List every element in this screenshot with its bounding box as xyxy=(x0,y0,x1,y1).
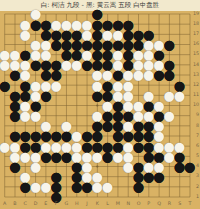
intersection-B18[interactable] xyxy=(10,19,20,29)
rank-label-4: 4 xyxy=(189,164,199,169)
intersection-Q13[interactable]: ● xyxy=(154,70,164,80)
intersection-A18[interactable] xyxy=(0,19,10,29)
intersection-S16[interactable] xyxy=(174,39,184,49)
intersection-S2[interactable] xyxy=(174,182,184,192)
file-label-E: E xyxy=(41,202,51,207)
rank-label-16: 16 xyxy=(189,42,199,47)
intersection-H9[interactable] xyxy=(72,110,82,120)
intersection-J14[interactable]: ● xyxy=(82,60,92,70)
file-label-T: T xyxy=(185,202,195,207)
intersection-S18[interactable] xyxy=(174,19,184,29)
black-stone: ● xyxy=(164,37,175,50)
intersection-J10[interactable] xyxy=(82,100,92,110)
intersection-M3[interactable] xyxy=(113,171,123,181)
intersection-G14[interactable]: ● xyxy=(61,60,71,70)
intersection-R2[interactable] xyxy=(164,182,174,192)
intersection-O13[interactable]: ● xyxy=(133,70,143,80)
rank-label-17: 17 xyxy=(189,32,199,37)
file-label-K: K xyxy=(92,202,102,207)
intersection-P3[interactable]: ● xyxy=(144,171,154,181)
file-label-C: C xyxy=(20,202,30,207)
intersection-C17[interactable]: ● xyxy=(20,29,30,39)
intersection-B9[interactable]: ● xyxy=(10,110,20,120)
intersection-G2[interactable] xyxy=(61,182,71,192)
file-label-N: N xyxy=(123,202,133,207)
intersection-S14[interactable] xyxy=(174,60,184,70)
intersection-K2[interactable]: ● xyxy=(92,182,102,192)
rank-label-8: 8 xyxy=(189,124,199,129)
intersection-B2[interactable] xyxy=(10,182,20,192)
rank-label-7: 7 xyxy=(189,134,199,139)
rank-label-18: 18 xyxy=(189,22,199,27)
intersection-C9[interactable]: ● xyxy=(20,110,30,120)
intersection-F10[interactable] xyxy=(51,100,61,110)
file-label-G: G xyxy=(61,202,71,207)
file-label-O: O xyxy=(134,202,144,207)
intersection-R11[interactable]: ● xyxy=(164,90,174,100)
intersection-A19[interactable] xyxy=(0,9,10,19)
intersection-J9[interactable] xyxy=(82,110,92,120)
intersection-R5[interactable]: ● xyxy=(164,151,174,161)
white-stone: ● xyxy=(30,159,41,172)
intersection-G11[interactable] xyxy=(61,90,71,100)
intersection-C2[interactable]: ● xyxy=(20,182,30,192)
intersection-A17[interactable] xyxy=(0,29,10,39)
file-label-M: M xyxy=(113,202,123,207)
white-stone: ● xyxy=(174,88,185,101)
intersection-R13[interactable]: ● xyxy=(164,70,174,80)
intersection-C5[interactable]: ● xyxy=(20,151,30,161)
white-stone: ● xyxy=(164,109,175,122)
intersection-R16[interactable]: ● xyxy=(164,39,174,49)
intersection-B19[interactable] xyxy=(10,9,20,19)
intersection-E5[interactable]: ● xyxy=(41,151,51,161)
intersection-D4[interactable]: ● xyxy=(30,161,40,171)
intersection-H10[interactable] xyxy=(72,100,82,110)
intersection-R19[interactable] xyxy=(164,9,174,19)
rank-label-6: 6 xyxy=(189,144,199,149)
intersection-N4[interactable]: ● xyxy=(123,161,133,171)
intersection-S8[interactable] xyxy=(174,121,184,131)
rank-label-19: 19 xyxy=(189,12,199,17)
rank-label-3: 3 xyxy=(189,174,199,179)
intersection-B13[interactable]: ● xyxy=(10,70,20,80)
intersection-Q3[interactable]: ● xyxy=(154,171,164,181)
intersection-B17[interactable] xyxy=(10,29,20,39)
rank-label-15: 15 xyxy=(189,52,199,57)
intersection-F9[interactable] xyxy=(51,110,61,120)
intersection-M2[interactable] xyxy=(113,182,123,192)
rank-label-12: 12 xyxy=(189,83,199,88)
intersection-M5[interactable]: ● xyxy=(113,151,123,161)
file-label-P: P xyxy=(144,202,154,207)
intersection-O6[interactable]: ● xyxy=(133,141,143,151)
rank-label-13: 13 xyxy=(189,73,199,78)
intersection-Q18[interactable] xyxy=(154,19,164,29)
intersection-H2[interactable]: ● xyxy=(72,182,82,192)
go-app: { "game": "go", "board_size": 19, "heade… xyxy=(0,0,200,209)
intersection-J2[interactable]: ● xyxy=(82,182,92,192)
intersection-G5[interactable]: ● xyxy=(61,151,71,161)
intersection-F12[interactable]: ● xyxy=(51,80,61,90)
file-label-F: F xyxy=(51,202,61,207)
rank-label-11: 11 xyxy=(189,93,199,98)
file-label-Q: Q xyxy=(154,202,164,207)
intersection-H14[interactable]: ● xyxy=(72,60,82,70)
intersection-D14[interactable]: ● xyxy=(30,60,40,70)
file-label-S: S xyxy=(175,202,185,207)
intersection-K5[interactable]: ● xyxy=(92,151,102,161)
file-label-R: R xyxy=(164,202,174,207)
rank-label-1: 1 xyxy=(189,195,199,200)
intersection-D2[interactable]: ● xyxy=(30,182,40,192)
intersection-S15[interactable] xyxy=(174,50,184,60)
intersection-J12[interactable] xyxy=(82,80,92,90)
rank-label-2: 2 xyxy=(189,185,199,190)
go-board: ●●●●●●●●●●●●●●●●●●●●●●●●●●●●●●●●●●●●●●●●… xyxy=(0,9,195,202)
intersection-S11[interactable]: ● xyxy=(174,90,184,100)
intersection-J11[interactable] xyxy=(82,90,92,100)
intersection-L2[interactable]: ● xyxy=(102,182,112,192)
intersection-B4[interactable]: ● xyxy=(10,161,20,171)
intersection-N2[interactable] xyxy=(123,182,133,192)
file-label-A: A xyxy=(0,202,10,207)
intersection-S19[interactable] xyxy=(174,9,184,19)
intersection-P13[interactable]: ● xyxy=(144,70,154,80)
intersection-A2[interactable] xyxy=(0,182,10,192)
file-label-B: B xyxy=(10,202,20,207)
intersection-G3[interactable] xyxy=(61,171,71,181)
file-label-L: L xyxy=(103,202,113,207)
rank-label-9: 9 xyxy=(189,113,199,118)
intersection-S4[interactable]: ● xyxy=(174,161,184,171)
white-stone: ● xyxy=(102,180,113,193)
intersection-P19[interactable] xyxy=(144,9,154,19)
intersection-F5[interactable]: ● xyxy=(51,151,61,161)
intersection-K11[interactable]: ● xyxy=(92,90,102,100)
file-label-D: D xyxy=(31,202,41,207)
intersection-D9[interactable]: ● xyxy=(30,110,40,120)
intersection-R9[interactable]: ● xyxy=(164,110,174,120)
intersection-H12[interactable] xyxy=(72,80,82,90)
black-stone: ● xyxy=(40,88,51,101)
file-label-J: J xyxy=(82,202,92,207)
intersection-Q19[interactable] xyxy=(154,9,164,19)
rank-label-5: 5 xyxy=(189,154,199,159)
rank-label-10: 10 xyxy=(189,103,199,108)
intersection-R3[interactable] xyxy=(164,171,174,181)
intersection-G10[interactable] xyxy=(61,100,71,110)
black-stone: ● xyxy=(133,180,144,193)
black-stone: ● xyxy=(153,169,164,182)
intersection-E2[interactable]: ● xyxy=(41,182,51,192)
intersection-G12[interactable] xyxy=(61,80,71,90)
intersection-L5[interactable]: ● xyxy=(102,151,112,161)
intersection-O19[interactable] xyxy=(133,9,143,19)
intersection-O2[interactable]: ● xyxy=(133,182,143,192)
intersection-S9[interactable] xyxy=(174,110,184,120)
file-label-H: H xyxy=(72,202,82,207)
intersection-L8[interactable]: ● xyxy=(102,121,112,131)
intersection-D18[interactable]: ● xyxy=(30,19,40,29)
intersection-F16[interactable]: ● xyxy=(51,39,61,49)
intersection-E11[interactable]: ● xyxy=(41,90,51,100)
intersection-R18[interactable] xyxy=(164,19,174,29)
intersection-H11[interactable] xyxy=(72,90,82,100)
intersection-S17[interactable] xyxy=(174,29,184,39)
rank-label-14: 14 xyxy=(189,63,199,68)
white-stone: ● xyxy=(50,78,61,91)
